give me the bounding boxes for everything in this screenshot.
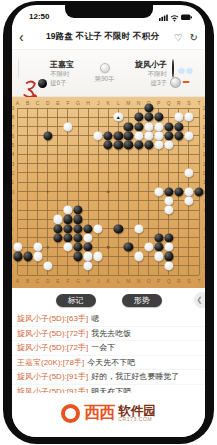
chat-log: 旋风小子(5D):[63手]嗯 旋风小子(5D):[72手]我先去吃饭 旋风小子… — [12, 312, 205, 393]
white-player-captures: 提3子 — [135, 78, 167, 87]
col-label-top: C — [36, 100, 40, 105]
black-stone — [154, 113, 163, 122]
black-stone — [144, 113, 153, 122]
move-indicator: 第90手 — [79, 63, 130, 84]
chat-message: 我先去吃饭 — [91, 328, 131, 339]
col-label-bottom: J — [97, 279, 100, 284]
col-label-top: J — [97, 100, 100, 105]
black-player-avatar — [18, 60, 45, 87]
robot-eyes — [172, 69, 174, 73]
favorite-heart-icon[interactable]: ♡ — [174, 32, 183, 43]
volume-button — [3, 97, 6, 133]
watermark-logo-icon — [61, 404, 80, 423]
last-move-marker: ▲ — [116, 115, 121, 120]
white-stone — [144, 243, 153, 252]
white-stone — [33, 252, 42, 261]
col-label-top: S — [187, 100, 190, 105]
col-label-top: R — [177, 100, 181, 105]
black-stone — [124, 243, 133, 252]
mark-button[interactable]: 标记 — [56, 294, 96, 307]
chat-sender: 旋风小子(5D):[72手] — [17, 342, 88, 353]
white-stone — [154, 187, 163, 196]
col-label-bottom: Q — [167, 279, 171, 284]
status-bar: 12:50 — [12, 10, 205, 23]
black-stone — [13, 252, 22, 261]
watermark-domain: CR173.COM — [118, 417, 156, 422]
row-label-right: 9 — [204, 198, 205, 203]
col-label-top: A — [16, 100, 19, 105]
white-stone — [184, 187, 193, 196]
row-label-right: 3 — [204, 254, 205, 259]
col-label-bottom: N — [137, 279, 141, 284]
black-stone — [134, 122, 143, 131]
row-label-left: 10 — [12, 189, 14, 194]
black-stone — [164, 252, 173, 261]
col-label-bottom: P — [157, 279, 160, 284]
row-label-right: 11 — [203, 180, 205, 185]
white-stone — [144, 122, 153, 131]
robot-avatar — [172, 59, 174, 78]
chat-message: 一会下 — [91, 342, 115, 353]
white-player-time: 不限时 — [135, 69, 167, 78]
col-label-bottom: F — [66, 279, 69, 284]
white-stone — [94, 252, 103, 261]
white-stone — [164, 205, 173, 214]
col-label-top: B — [26, 100, 29, 105]
black-stone — [73, 215, 82, 224]
chat-message: 今天先不下吧 — [87, 357, 135, 368]
white-stone — [144, 131, 153, 140]
white-stone — [63, 205, 72, 214]
black-stone — [63, 215, 72, 224]
row-label-right: 5 — [204, 235, 205, 240]
black-stone — [53, 224, 62, 233]
col-label-top: T — [197, 100, 200, 105]
white-stone — [83, 252, 92, 261]
black-stone — [174, 131, 183, 140]
row-label-left: 5 — [12, 235, 13, 240]
watermark-brand-right-group: 软件园 CR173.COM — [118, 405, 156, 422]
signal-wifi-battery-icons — [159, 12, 193, 22]
black-stone — [134, 113, 143, 122]
black-stone — [63, 224, 72, 233]
power-button — [211, 125, 214, 177]
site-watermark: 西西 软件园 CR173.COM — [12, 393, 205, 437]
black-stone — [73, 205, 82, 214]
black-stone — [174, 187, 183, 196]
white-stone — [184, 196, 193, 205]
move-number: 第90手 — [94, 75, 114, 84]
white-stone — [174, 113, 183, 122]
volume-button — [3, 148, 6, 186]
hoshi-point — [46, 246, 49, 249]
black-stone — [104, 141, 113, 150]
white-stone — [33, 243, 42, 252]
black-stone — [23, 252, 32, 261]
white-stone — [13, 243, 22, 252]
row-label-right: 19 — [203, 106, 205, 111]
col-label-bottom: B — [26, 279, 29, 284]
white-stone — [63, 122, 72, 131]
row-label-left: 7 — [12, 217, 13, 222]
chat-sender: 旋风小子(5D):[91手] — [17, 371, 88, 382]
row-label-right: 12 — [203, 170, 205, 175]
row-label-left: 12 — [12, 170, 14, 175]
col-label-bottom: T — [197, 279, 200, 284]
white-stone — [154, 122, 163, 131]
row-label-right: 2 — [204, 263, 205, 268]
black-stone — [154, 233, 163, 242]
white-stone — [164, 196, 173, 205]
black-stone — [124, 131, 133, 140]
white-stone — [63, 243, 72, 252]
black-stone — [164, 187, 173, 196]
col-label-bottom: G — [76, 279, 80, 284]
watermark-brand-right: 软件园 — [118, 405, 156, 417]
row-label-left: 14 — [12, 152, 14, 157]
black-stone — [124, 122, 133, 131]
row-label-left: 18 — [12, 115, 14, 120]
phone-frame: 12:50 ‹ 19路盘 不让子 不限时 不积分 ♡ ↻ — [3, 1, 214, 444]
black-stone — [114, 224, 123, 233]
status-time: 12:50 — [29, 12, 49, 21]
white-stone — [83, 233, 92, 242]
chat-sender: 旋风小子(5D):[72手] — [17, 328, 88, 339]
white-stone — [134, 131, 143, 140]
black-stone — [164, 122, 173, 131]
black-stone — [164, 233, 173, 242]
col-label-top: K — [107, 100, 110, 105]
black-player-info: 王嘉宝 不限时 提6子 — [50, 60, 74, 87]
row-label-left: 16 — [12, 133, 14, 138]
black-stone — [164, 131, 173, 140]
black-stone — [73, 233, 82, 242]
col-label-bottom: K — [107, 279, 110, 284]
black-stone — [83, 243, 92, 252]
chat-sender: 旋风小子(5D):[63手] — [17, 313, 88, 324]
row-label-left: 6 — [12, 226, 13, 231]
white-stone — [154, 141, 163, 150]
white-stone — [43, 261, 52, 270]
col-label-bottom: A — [16, 279, 19, 284]
col-label-bottom: O — [147, 279, 151, 284]
black-stone — [124, 141, 133, 150]
col-label-top: E — [56, 100, 59, 105]
col-label-top: F — [66, 100, 69, 105]
white-stone — [164, 141, 173, 150]
black-stone — [73, 224, 82, 233]
nav-bar: ‹ 19路盘 不让子 不限时 不积分 ♡ ↻ — [12, 25, 205, 49]
row-label-right: 15 — [203, 143, 205, 148]
chat-row: 旋风小子(5D):[63手]嗯 — [12, 312, 205, 326]
col-label-bottom: D — [46, 279, 50, 284]
black-stone — [114, 141, 123, 150]
white-stone — [184, 113, 193, 122]
row-label-right: 14 — [203, 152, 205, 157]
row-label-right: 13 — [203, 161, 205, 166]
col-label-top: H — [86, 100, 90, 105]
white-stone — [94, 224, 103, 233]
black-stone — [194, 187, 203, 196]
chat-message: 嗯 — [91, 313, 99, 324]
back-button[interactable]: ‹ — [19, 27, 31, 47]
watermark-brand-left: 西西 — [84, 403, 114, 424]
row-label-left: 2 — [12, 263, 13, 268]
black-stone — [144, 141, 153, 150]
row-label-right: 7 — [204, 217, 205, 222]
row-label-right: 1 — [204, 273, 205, 278]
col-label-bottom: C — [36, 279, 40, 284]
row-label-right: 4 — [204, 245, 205, 250]
white-stone — [134, 252, 143, 261]
row-label-right: 17 — [203, 124, 205, 129]
game-title: 19路盘 不让子 不限时 不积分 — [31, 31, 174, 43]
col-label-bottom: L — [117, 279, 120, 284]
white-stone — [164, 243, 173, 252]
col-label-top: P — [157, 100, 160, 105]
white-stone — [184, 168, 193, 177]
hoshi-point — [107, 246, 110, 249]
row-label-left: 17 — [12, 124, 14, 129]
col-label-bottom: R — [177, 279, 181, 284]
refresh-icon[interactable]: ↻ — [190, 32, 198, 43]
players-bar: 王嘉宝 不限时 提6子 第90手 旋风小子 不限时 提3子 — [12, 49, 205, 97]
black-stone-badge — [38, 79, 47, 88]
col-label-top: M — [126, 100, 130, 105]
chat-row: 旋风小子(5D):[91手]好的，我正好也要睡觉了 — [12, 369, 205, 384]
white-stone — [134, 224, 143, 233]
situation-button[interactable]: 形势 — [122, 294, 162, 307]
col-label-bottom: M — [126, 279, 130, 284]
white-player-avatar — [172, 60, 199, 87]
board-toolbar: 标记 形势 ❮ — [12, 288, 205, 313]
white-stone-badge — [170, 77, 181, 88]
black-stone — [53, 233, 62, 242]
white-player-name: 旋风小子 — [135, 60, 167, 69]
row-label-right: 8 — [204, 208, 205, 213]
chat-message: 好的，我正好也要睡觉了 — [91, 371, 179, 382]
black-stone — [83, 224, 92, 233]
col-label-top: N — [137, 100, 141, 105]
black-player-captures: 提6子 — [50, 78, 74, 87]
row-label-right: 16 — [203, 133, 205, 138]
black-stone — [114, 131, 123, 140]
row-label-left: 11 — [12, 180, 14, 185]
white-stone — [164, 261, 173, 270]
col-label-top: Q — [167, 100, 171, 105]
black-player-time: 不限时 — [50, 69, 74, 78]
white-player-info: 旋风小子 不限时 提3子 — [135, 60, 167, 87]
white-stone — [154, 252, 163, 261]
row-label-left: 8 — [12, 208, 13, 213]
black-stone — [104, 131, 113, 140]
black-stone — [144, 103, 153, 112]
white-stone — [94, 131, 103, 140]
white-stone — [53, 215, 62, 224]
black-stone — [73, 243, 82, 252]
white-turn-stone-icon — [100, 63, 110, 73]
white-stone — [83, 261, 92, 270]
row-label-left: 13 — [12, 161, 14, 166]
white-stone — [184, 131, 193, 140]
chat-row: 旋风小子(5D):[72手]我先去吃饭 — [12, 326, 205, 341]
chat-row: 旋风小子(5D):[72手]一会下 — [12, 340, 205, 355]
col-label-bottom: S — [187, 279, 190, 284]
black-stone — [174, 122, 183, 131]
chat-row: 王嘉宝(20K):[78手]今天先不下吧 — [12, 355, 205, 370]
row-label-left: 1 — [12, 273, 13, 278]
row-label-left: 9 — [12, 198, 13, 203]
phone-screen: 12:50 ‹ 19路盘 不让子 不限时 不积分 ♡ ↻ — [12, 5, 205, 437]
white-stone: ▲ — [114, 113, 123, 122]
col-label-top: G — [76, 100, 80, 105]
black-stone — [63, 233, 72, 242]
row-label-left: 19 — [12, 106, 14, 111]
status-icons — [159, 12, 193, 22]
black-player-name: 王嘉宝 — [50, 60, 74, 69]
col-label-top: D — [46, 100, 50, 105]
row-label-right: 18 — [203, 115, 205, 120]
hoshi-point — [46, 190, 49, 193]
black-stone — [43, 131, 52, 140]
white-stone — [154, 131, 163, 140]
col-label-bottom: E — [56, 279, 59, 284]
collapse-handle[interactable]: ❮ — [194, 292, 205, 308]
row-label-right: 6 — [204, 226, 205, 231]
black-stone — [73, 252, 82, 261]
col-label-bottom: H — [86, 279, 90, 284]
col-label-top: L — [117, 100, 120, 105]
go-board[interactable]: AA1919BB1818CC1717DD1616EE1515FF1414GG13… — [12, 97, 205, 288]
chat-sender: 王嘉宝(20K):[78手] — [17, 357, 84, 368]
black-stone — [134, 141, 143, 150]
row-label-left: 15 — [12, 143, 14, 148]
black-stone — [154, 243, 163, 252]
board-grid: AA1919BB1818CC1717DD1616EE1515FF1414GG13… — [18, 108, 200, 275]
hoshi-point — [107, 190, 110, 193]
